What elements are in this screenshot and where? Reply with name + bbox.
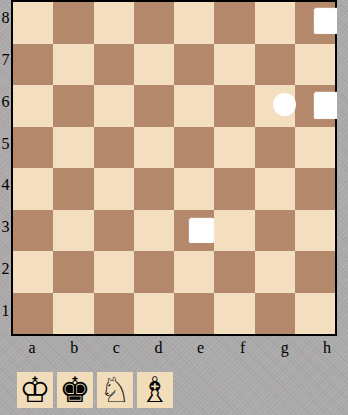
black-king-icon: ♚ [59,372,90,408]
square-d1[interactable] [134,293,174,335]
file-label-e: e [180,337,222,359]
square-f1[interactable] [214,293,254,335]
square-b6[interactable] [53,85,93,127]
square-d3[interactable] [134,210,174,252]
rank-label-2: 2 [0,259,11,279]
square-f4[interactable] [214,168,254,210]
square-e6[interactable] [174,85,214,127]
square-c4[interactable] [94,168,134,210]
square-e7[interactable] [174,44,214,86]
tray-tile-white-knight[interactable]: ♘ [97,372,133,408]
square-e2[interactable] [174,251,214,293]
rank-label-5: 5 [0,134,11,154]
chess-board-screenshot: 87654321 abcdefgh ♔♚♘♗ [0,0,348,415]
hidden-piece-e3[interactable] [189,218,213,242]
square-h2[interactable] [295,251,335,293]
white-knight-icon: ♘ [99,372,130,408]
square-a3[interactable] [13,210,53,252]
square-h3[interactable] [295,210,335,252]
square-g8[interactable] [255,2,295,44]
square-e5[interactable] [174,127,214,169]
board-grid [13,2,335,334]
rank-label-1: 1 [0,301,11,321]
square-a1[interactable] [13,293,53,335]
rank-label-3: 3 [0,217,11,237]
square-h5[interactable] [295,127,335,169]
square-c8[interactable] [94,2,134,44]
square-d6[interactable] [134,85,174,127]
square-f5[interactable] [214,127,254,169]
square-f7[interactable] [214,44,254,86]
square-h4[interactable] [295,168,335,210]
square-a2[interactable] [13,251,53,293]
square-e4[interactable] [174,168,214,210]
file-label-h: h [306,337,348,359]
square-a5[interactable] [13,127,53,169]
square-f8[interactable] [214,2,254,44]
square-c6[interactable] [94,85,134,127]
square-b3[interactable] [53,210,93,252]
square-b2[interactable] [53,251,93,293]
square-d7[interactable] [134,44,174,86]
square-h1[interactable] [295,293,335,335]
square-f6[interactable] [214,85,254,127]
square-c1[interactable] [94,293,134,335]
square-b5[interactable] [53,127,93,169]
square-a6[interactable] [13,85,53,127]
file-label-g: g [264,337,306,359]
tray-tile-black-king[interactable]: ♚ [57,372,93,408]
square-g1[interactable] [255,293,295,335]
chess-board [11,0,337,336]
rank-label-6: 6 [0,92,11,112]
square-g5[interactable] [255,127,295,169]
tray-tile-white-king[interactable]: ♔ [17,372,53,408]
square-g2[interactable] [255,251,295,293]
rank-label-4: 4 [0,175,11,195]
square-e1[interactable] [174,293,214,335]
square-c3[interactable] [94,210,134,252]
rank-label-8: 8 [0,8,11,28]
square-b7[interactable] [53,44,93,86]
square-d8[interactable] [134,2,174,44]
square-f2[interactable] [214,251,254,293]
square-g3[interactable] [255,210,295,252]
square-a4[interactable] [13,168,53,210]
tray-tile-white-bishop[interactable]: ♗ [137,372,173,408]
square-a7[interactable] [13,44,53,86]
square-d2[interactable] [134,251,174,293]
square-e8[interactable] [174,2,214,44]
square-g4[interactable] [255,168,295,210]
hidden-piece-h6[interactable] [314,92,337,118]
square-d4[interactable] [134,168,174,210]
square-a8[interactable] [13,2,53,44]
file-label-d: d [137,337,179,359]
white-bishop-icon: ♗ [139,372,170,408]
hidden-piece-h8[interactable] [314,8,337,33]
square-c7[interactable] [94,44,134,86]
square-b8[interactable] [53,2,93,44]
square-g7[interactable] [255,44,295,86]
square-b4[interactable] [53,168,93,210]
file-label-a: a [11,337,53,359]
square-c2[interactable] [94,251,134,293]
file-label-c: c [95,337,137,359]
square-d5[interactable] [134,127,174,169]
file-label-b: b [53,337,95,359]
square-c5[interactable] [94,127,134,169]
file-label-f: f [222,337,264,359]
square-h7[interactable] [295,44,335,86]
white-king-icon: ♔ [19,372,50,408]
rank-label-7: 7 [0,50,11,70]
square-f3[interactable] [214,210,254,252]
square-b1[interactable] [53,293,93,335]
